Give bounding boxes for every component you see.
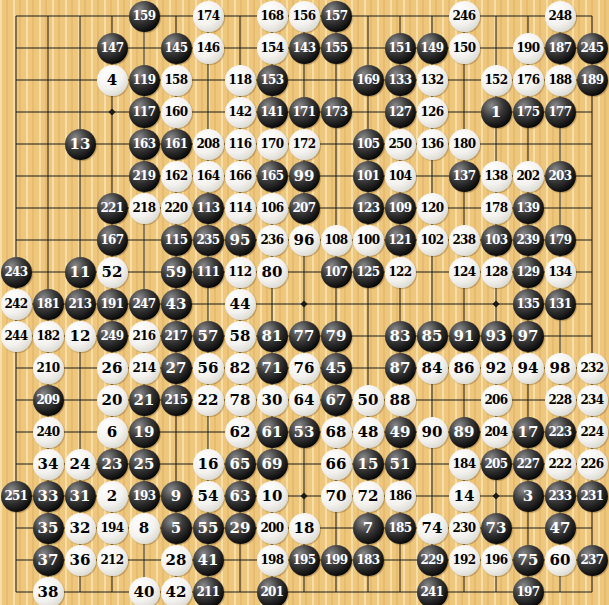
stone-black-171[interactable]: 171 (289, 97, 320, 128)
stone-white-170[interactable]: 170 (257, 129, 288, 160)
stone-white-248[interactable]: 248 (545, 1, 576, 32)
stone-white-32[interactable]: 32 (65, 513, 96, 544)
stone-white-200[interactable]: 200 (257, 513, 288, 544)
stone-black-181[interactable]: 181 (33, 289, 64, 320)
stone-black-81[interactable]: 81 (257, 321, 288, 352)
stone-white-124[interactable]: 124 (449, 257, 480, 288)
stone-white-244[interactable]: 244 (1, 321, 32, 352)
stone-black-121[interactable]: 121 (385, 225, 416, 256)
stone-white-90[interactable]: 90 (417, 417, 448, 448)
stone-white-220[interactable]: 220 (161, 193, 192, 224)
move-number: 67 (326, 393, 347, 408)
stone-black-51[interactable]: 51 (385, 449, 416, 480)
stone-white-126[interactable]: 126 (417, 97, 448, 128)
stone-white-164[interactable]: 164 (193, 161, 224, 192)
stone-white-250[interactable]: 250 (385, 129, 416, 160)
stone-white-134[interactable]: 134 (545, 257, 576, 288)
stone-black-205[interactable]: 205 (481, 449, 512, 480)
stone-white-8[interactable]: 8 (129, 513, 160, 544)
stone-black-161[interactable]: 161 (161, 129, 192, 160)
stone-white-2[interactable]: 2 (97, 481, 128, 512)
stone-black-73[interactable]: 73 (481, 513, 512, 544)
stone-black-137[interactable]: 137 (449, 161, 480, 192)
move-number: 209 (36, 394, 59, 406)
move-number: 177 (548, 106, 571, 118)
stone-white-114[interactable]: 114 (225, 193, 256, 224)
stone-black-25[interactable]: 25 (129, 449, 160, 480)
stone-black-103[interactable]: 103 (481, 225, 512, 256)
stone-black-245[interactable]: 245 (577, 33, 608, 64)
stone-black-79[interactable]: 79 (321, 321, 352, 352)
stone-black-199[interactable]: 199 (321, 545, 352, 576)
stone-white-226[interactable]: 226 (577, 449, 608, 480)
move-number: 43 (166, 297, 187, 312)
stone-white-94[interactable]: 94 (513, 353, 544, 384)
stone-black-169[interactable]: 169 (353, 65, 384, 96)
stone-white-128[interactable]: 128 (481, 257, 512, 288)
move-number: 243 (4, 266, 27, 278)
stone-white-234[interactable]: 234 (577, 385, 608, 416)
move-number: 14 (454, 489, 475, 504)
stone-white-62[interactable]: 62 (225, 417, 256, 448)
stone-white-168[interactable]: 168 (257, 1, 288, 32)
stone-white-120[interactable]: 120 (417, 193, 448, 224)
stone-black-221[interactable]: 221 (97, 193, 128, 224)
move-number: 95 (230, 233, 251, 248)
stone-white-224[interactable]: 224 (577, 417, 608, 448)
stone-white-6[interactable]: 6 (97, 417, 128, 448)
stone-black-29[interactable]: 29 (225, 513, 256, 544)
stone-black-119[interactable]: 119 (129, 65, 160, 96)
stone-black-247[interactable]: 247 (129, 289, 160, 320)
stone-white-216[interactable]: 216 (129, 321, 160, 352)
stone-black-155[interactable]: 155 (321, 33, 352, 64)
stone-white-26[interactable]: 26 (97, 353, 128, 384)
stone-white-80[interactable]: 80 (257, 257, 288, 288)
stone-black-249[interactable]: 249 (97, 321, 128, 352)
stone-black-147[interactable]: 147 (97, 33, 128, 64)
goban[interactable]: 1591741681561572462481471451461541431551… (0, 0, 609, 605)
stone-white-236[interactable]: 236 (257, 225, 288, 256)
stone-white-98[interactable]: 98 (545, 353, 576, 384)
stone-black-105[interactable]: 105 (353, 129, 384, 160)
stone-black-217[interactable]: 217 (161, 321, 192, 352)
stone-black-157[interactable]: 157 (321, 1, 352, 32)
stone-black-197[interactable]: 197 (513, 577, 544, 605)
stone-black-241[interactable]: 241 (417, 577, 448, 605)
stone-white-238[interactable]: 238 (449, 225, 480, 256)
stone-white-76[interactable]: 76 (289, 353, 320, 384)
stone-white-40[interactable]: 40 (129, 577, 160, 605)
stone-black-17[interactable]: 17 (513, 417, 544, 448)
move-number: 208 (196, 138, 219, 150)
stone-white-132[interactable]: 132 (417, 65, 448, 96)
stone-black-243[interactable]: 243 (1, 257, 32, 288)
stone-white-194[interactable]: 194 (97, 513, 128, 544)
move-number: 231 (580, 490, 603, 502)
stone-white-56[interactable]: 56 (193, 353, 224, 384)
stone-white-78[interactable]: 78 (225, 385, 256, 416)
stone-black-67[interactable]: 67 (321, 385, 352, 416)
stone-white-162[interactable]: 162 (161, 161, 192, 192)
move-number: 5 (171, 521, 181, 536)
stone-white-192[interactable]: 192 (449, 545, 480, 576)
stone-black-1[interactable]: 1 (481, 97, 512, 128)
stone-white-72[interactable]: 72 (353, 481, 384, 512)
move-number: 135 (516, 298, 539, 310)
stone-black-9[interactable]: 9 (161, 481, 192, 512)
move-number: 195 (292, 554, 315, 566)
move-number: 160 (164, 106, 187, 118)
stone-black-27[interactable]: 27 (161, 353, 192, 384)
move-number: 230 (452, 522, 475, 534)
stone-white-54[interactable]: 54 (193, 481, 224, 512)
stone-black-129[interactable]: 129 (513, 257, 544, 288)
move-number: 207 (292, 202, 315, 214)
stone-black-59[interactable]: 59 (161, 257, 192, 288)
star-point (493, 301, 500, 308)
stone-black-65[interactable]: 65 (225, 449, 256, 480)
stone-white-48[interactable]: 48 (353, 417, 384, 448)
stone-white-74[interactable]: 74 (417, 513, 448, 544)
stone-white-184[interactable]: 184 (449, 449, 480, 480)
stone-black-49[interactable]: 49 (385, 417, 416, 448)
move-number: 202 (516, 170, 539, 182)
move-number: 64 (294, 393, 315, 408)
stone-black-153[interactable]: 153 (257, 65, 288, 96)
stone-black-53[interactable]: 53 (289, 417, 320, 448)
stone-black-123[interactable]: 123 (353, 193, 384, 224)
stone-white-14[interactable]: 14 (449, 481, 480, 512)
move-number: 91 (454, 329, 475, 344)
stone-white-172[interactable]: 172 (289, 129, 320, 160)
stone-black-7[interactable]: 7 (353, 513, 384, 544)
stone-black-145[interactable]: 145 (161, 33, 192, 64)
stone-white-180[interactable]: 180 (449, 129, 480, 160)
stone-white-240[interactable]: 240 (33, 417, 64, 448)
stone-white-64[interactable]: 64 (289, 385, 320, 416)
stone-black-165[interactable]: 165 (257, 161, 288, 192)
move-number: 51 (390, 457, 411, 472)
stone-black-69[interactable]: 69 (257, 449, 288, 480)
star-point (493, 493, 500, 500)
stone-black-37[interactable]: 37 (33, 545, 64, 576)
stone-white-16[interactable]: 16 (193, 449, 224, 480)
stone-white-68[interactable]: 68 (321, 417, 352, 448)
move-number: 82 (230, 361, 251, 376)
stone-black-117[interactable]: 117 (129, 97, 160, 128)
move-number: 238 (452, 234, 475, 246)
stone-white-190[interactable]: 190 (513, 33, 544, 64)
stone-white-12[interactable]: 12 (65, 321, 96, 352)
stone-white-198[interactable]: 198 (257, 545, 288, 576)
stone-white-222[interactable]: 222 (545, 449, 576, 480)
stone-white-112[interactable]: 112 (225, 257, 256, 288)
stone-black-189[interactable]: 189 (577, 65, 608, 96)
stone-white-142[interactable]: 142 (225, 97, 256, 128)
stone-black-223[interactable]: 223 (545, 417, 576, 448)
move-number: 104 (388, 170, 411, 182)
stone-white-122[interactable]: 122 (385, 257, 416, 288)
move-number: 33 (38, 489, 59, 504)
move-number: 171 (292, 106, 315, 118)
move-number: 166 (228, 170, 251, 182)
stone-black-183[interactable]: 183 (353, 545, 384, 576)
stone-black-23[interactable]: 23 (97, 449, 128, 480)
stone-black-185[interactable]: 185 (385, 513, 416, 544)
stone-black-5[interactable]: 5 (161, 513, 192, 544)
stone-black-195[interactable]: 195 (289, 545, 320, 576)
stone-black-55[interactable]: 55 (193, 513, 224, 544)
move-number: 53 (294, 425, 315, 440)
stone-white-188[interactable]: 188 (545, 65, 576, 96)
move-number: 83 (390, 329, 411, 344)
move-number: 126 (420, 106, 443, 118)
stone-black-173[interactable]: 173 (321, 97, 352, 128)
move-number: 143 (292, 42, 315, 54)
stone-white-86[interactable]: 86 (449, 353, 480, 384)
stone-black-177[interactable]: 177 (545, 97, 576, 128)
stone-white-82[interactable]: 82 (225, 353, 256, 384)
move-number: 211 (196, 586, 219, 598)
move-number: 232 (580, 362, 603, 374)
stone-white-218[interactable]: 218 (129, 193, 160, 224)
stone-white-182[interactable]: 182 (33, 321, 64, 352)
stone-white-60[interactable]: 60 (545, 545, 576, 576)
stone-white-66[interactable]: 66 (321, 449, 352, 480)
stone-white-18[interactable]: 18 (289, 513, 320, 544)
stone-black-77[interactable]: 77 (289, 321, 320, 352)
stone-white-100[interactable]: 100 (353, 225, 384, 256)
move-number: 134 (548, 266, 571, 278)
stone-black-3[interactable]: 3 (513, 481, 544, 512)
stone-white-156[interactable]: 156 (289, 1, 320, 32)
move-number: 125 (356, 266, 379, 278)
stone-white-22[interactable]: 22 (193, 385, 224, 416)
stone-white-174[interactable]: 174 (193, 1, 224, 32)
stone-white-116[interactable]: 116 (225, 129, 256, 160)
stone-white-214[interactable]: 214 (129, 353, 160, 384)
move-number: 237 (580, 554, 603, 566)
move-number: 93 (486, 329, 507, 344)
stone-black-133[interactable]: 133 (385, 65, 416, 96)
stone-black-33[interactable]: 33 (33, 481, 64, 512)
move-number: 7 (363, 521, 373, 536)
stone-black-193[interactable]: 193 (129, 481, 160, 512)
stone-black-213[interactable]: 213 (65, 289, 96, 320)
stone-white-38[interactable]: 38 (33, 577, 64, 605)
stone-white-42[interactable]: 42 (161, 577, 192, 605)
stone-black-179[interactable]: 179 (545, 225, 576, 256)
stone-white-104[interactable]: 104 (385, 161, 416, 192)
stone-black-227[interactable]: 227 (513, 449, 544, 480)
stone-white-230[interactable]: 230 (449, 513, 480, 544)
stone-black-115[interactable]: 115 (161, 225, 192, 256)
stone-black-207[interactable]: 207 (289, 193, 320, 224)
stone-black-41[interactable]: 41 (193, 545, 224, 576)
move-number: 213 (68, 298, 91, 310)
stone-black-109[interactable]: 109 (385, 193, 416, 224)
stone-black-19[interactable]: 19 (129, 417, 160, 448)
stone-white-52[interactable]: 52 (97, 257, 128, 288)
stone-black-45[interactable]: 45 (321, 353, 352, 384)
stone-black-43[interactable]: 43 (161, 289, 192, 320)
stone-black-229[interactable]: 229 (417, 545, 448, 576)
stone-black-31[interactable]: 31 (65, 481, 96, 512)
stone-black-215[interactable]: 215 (161, 385, 192, 416)
stone-black-131[interactable]: 131 (545, 289, 576, 320)
stone-black-57[interactable]: 57 (193, 321, 224, 352)
stone-white-102[interactable]: 102 (417, 225, 448, 256)
stone-white-158[interactable]: 158 (161, 65, 192, 96)
stone-black-91[interactable]: 91 (449, 321, 480, 352)
stone-black-151[interactable]: 151 (385, 33, 416, 64)
stone-white-118[interactable]: 118 (225, 65, 256, 96)
stone-black-135[interactable]: 135 (513, 289, 544, 320)
stone-black-71[interactable]: 71 (257, 353, 288, 384)
move-number: 181 (36, 298, 59, 310)
stone-white-202[interactable]: 202 (513, 161, 544, 192)
stone-black-97[interactable]: 97 (513, 321, 544, 352)
stone-black-85[interactable]: 85 (417, 321, 448, 352)
stone-black-219[interactable]: 219 (129, 161, 160, 192)
stone-white-44[interactable]: 44 (225, 289, 256, 320)
stone-white-92[interactable]: 92 (481, 353, 512, 384)
move-number: 214 (132, 362, 155, 374)
stone-black-107[interactable]: 107 (321, 257, 352, 288)
stone-black-125[interactable]: 125 (353, 257, 384, 288)
stone-black-191[interactable]: 191 (97, 289, 128, 320)
move-number: 13 (70, 137, 91, 152)
stone-black-141[interactable]: 141 (257, 97, 288, 128)
move-number: 132 (420, 74, 443, 86)
stone-white-246[interactable]: 246 (449, 1, 480, 32)
stone-white-28[interactable]: 28 (161, 545, 192, 576)
stone-black-239[interactable]: 239 (513, 225, 544, 256)
stone-white-70[interactable]: 70 (321, 481, 352, 512)
stone-black-47[interactable]: 47 (545, 513, 576, 544)
stone-black-127[interactable]: 127 (385, 97, 416, 128)
stone-white-30[interactable]: 30 (257, 385, 288, 416)
stone-black-139[interactable]: 139 (513, 193, 544, 224)
stone-black-251[interactable]: 251 (1, 481, 32, 512)
stone-black-203[interactable]: 203 (545, 161, 576, 192)
stone-white-208[interactable]: 208 (193, 129, 224, 160)
stone-black-93[interactable]: 93 (481, 321, 512, 352)
stone-black-113[interactable]: 113 (193, 193, 224, 224)
stone-black-187[interactable]: 187 (545, 33, 576, 64)
stone-black-89[interactable]: 89 (449, 417, 480, 448)
stone-black-11[interactable]: 11 (65, 257, 96, 288)
stone-black-159[interactable]: 159 (129, 1, 160, 32)
stone-white-4[interactable]: 4 (97, 65, 128, 96)
stone-black-211[interactable]: 211 (193, 577, 224, 605)
stone-black-83[interactable]: 83 (385, 321, 416, 352)
move-number: 12 (70, 329, 91, 344)
stone-white-20[interactable]: 20 (97, 385, 128, 416)
stone-black-209[interactable]: 209 (33, 385, 64, 416)
stone-white-232[interactable]: 232 (577, 353, 608, 384)
stone-white-58[interactable]: 58 (225, 321, 256, 352)
stone-white-138[interactable]: 138 (481, 161, 512, 192)
move-number: 23 (102, 457, 123, 472)
stone-white-210[interactable]: 210 (33, 353, 64, 384)
move-number: 117 (132, 106, 155, 118)
stone-black-75[interactable]: 75 (513, 545, 544, 576)
stone-white-96[interactable]: 96 (289, 225, 320, 256)
stone-white-146[interactable]: 146 (193, 33, 224, 64)
move-number: 66 (326, 457, 347, 472)
stone-white-176[interactable]: 176 (513, 65, 544, 96)
stone-white-50[interactable]: 50 (353, 385, 384, 416)
stone-white-84[interactable]: 84 (417, 353, 448, 384)
stone-black-163[interactable]: 163 (129, 129, 160, 160)
stone-white-228[interactable]: 228 (545, 385, 576, 416)
stone-black-61[interactable]: 61 (257, 417, 288, 448)
move-number: 118 (228, 74, 251, 86)
move-number: 178 (484, 202, 507, 214)
move-number: 179 (548, 234, 571, 246)
stone-black-111[interactable]: 111 (193, 257, 224, 288)
stone-black-63[interactable]: 63 (225, 481, 256, 512)
stone-white-160[interactable]: 160 (161, 97, 192, 128)
stone-white-24[interactable]: 24 (65, 449, 96, 480)
stone-white-154[interactable]: 154 (257, 33, 288, 64)
stone-white-178[interactable]: 178 (481, 193, 512, 224)
stone-black-95[interactable]: 95 (225, 225, 256, 256)
stone-black-231[interactable]: 231 (577, 481, 608, 512)
stone-black-237[interactable]: 237 (577, 545, 608, 576)
stone-white-106[interactable]: 106 (257, 193, 288, 224)
stone-black-167[interactable]: 167 (97, 225, 128, 256)
stone-white-34[interactable]: 34 (33, 449, 64, 480)
stone-black-87[interactable]: 87 (385, 353, 416, 384)
stone-black-143[interactable]: 143 (289, 33, 320, 64)
move-number: 107 (324, 266, 347, 278)
stone-black-175[interactable]: 175 (513, 97, 544, 128)
stone-white-152[interactable]: 152 (481, 65, 512, 96)
stone-black-21[interactable]: 21 (129, 385, 160, 416)
stone-white-166[interactable]: 166 (225, 161, 256, 192)
stone-white-242[interactable]: 242 (1, 289, 32, 320)
stone-black-101[interactable]: 101 (353, 161, 384, 192)
stone-white-196[interactable]: 196 (481, 545, 512, 576)
move-number: 97 (518, 329, 539, 344)
stone-white-206[interactable]: 206 (481, 385, 512, 416)
move-number: 57 (198, 329, 219, 344)
stone-black-35[interactable]: 35 (33, 513, 64, 544)
stone-black-233[interactable]: 233 (545, 481, 576, 512)
move-number: 73 (486, 521, 507, 536)
stone-black-13[interactable]: 13 (65, 129, 96, 160)
stone-black-235[interactable]: 235 (193, 225, 224, 256)
stone-black-201[interactable]: 201 (257, 577, 288, 605)
stone-white-10[interactable]: 10 (257, 481, 288, 512)
stone-white-150[interactable]: 150 (449, 33, 480, 64)
move-number: 234 (580, 394, 603, 406)
stone-black-99[interactable]: 99 (289, 161, 320, 192)
stone-white-186[interactable]: 186 (385, 481, 416, 512)
stone-white-88[interactable]: 88 (385, 385, 416, 416)
stone-white-108[interactable]: 108 (321, 225, 352, 256)
move-number: 24 (70, 457, 91, 472)
stone-white-136[interactable]: 136 (417, 129, 448, 160)
stone-white-212[interactable]: 212 (97, 545, 128, 576)
stone-black-15[interactable]: 15 (353, 449, 384, 480)
stone-white-204[interactable]: 204 (481, 417, 512, 448)
stone-white-36[interactable]: 36 (65, 545, 96, 576)
stone-black-149[interactable]: 149 (417, 33, 448, 64)
